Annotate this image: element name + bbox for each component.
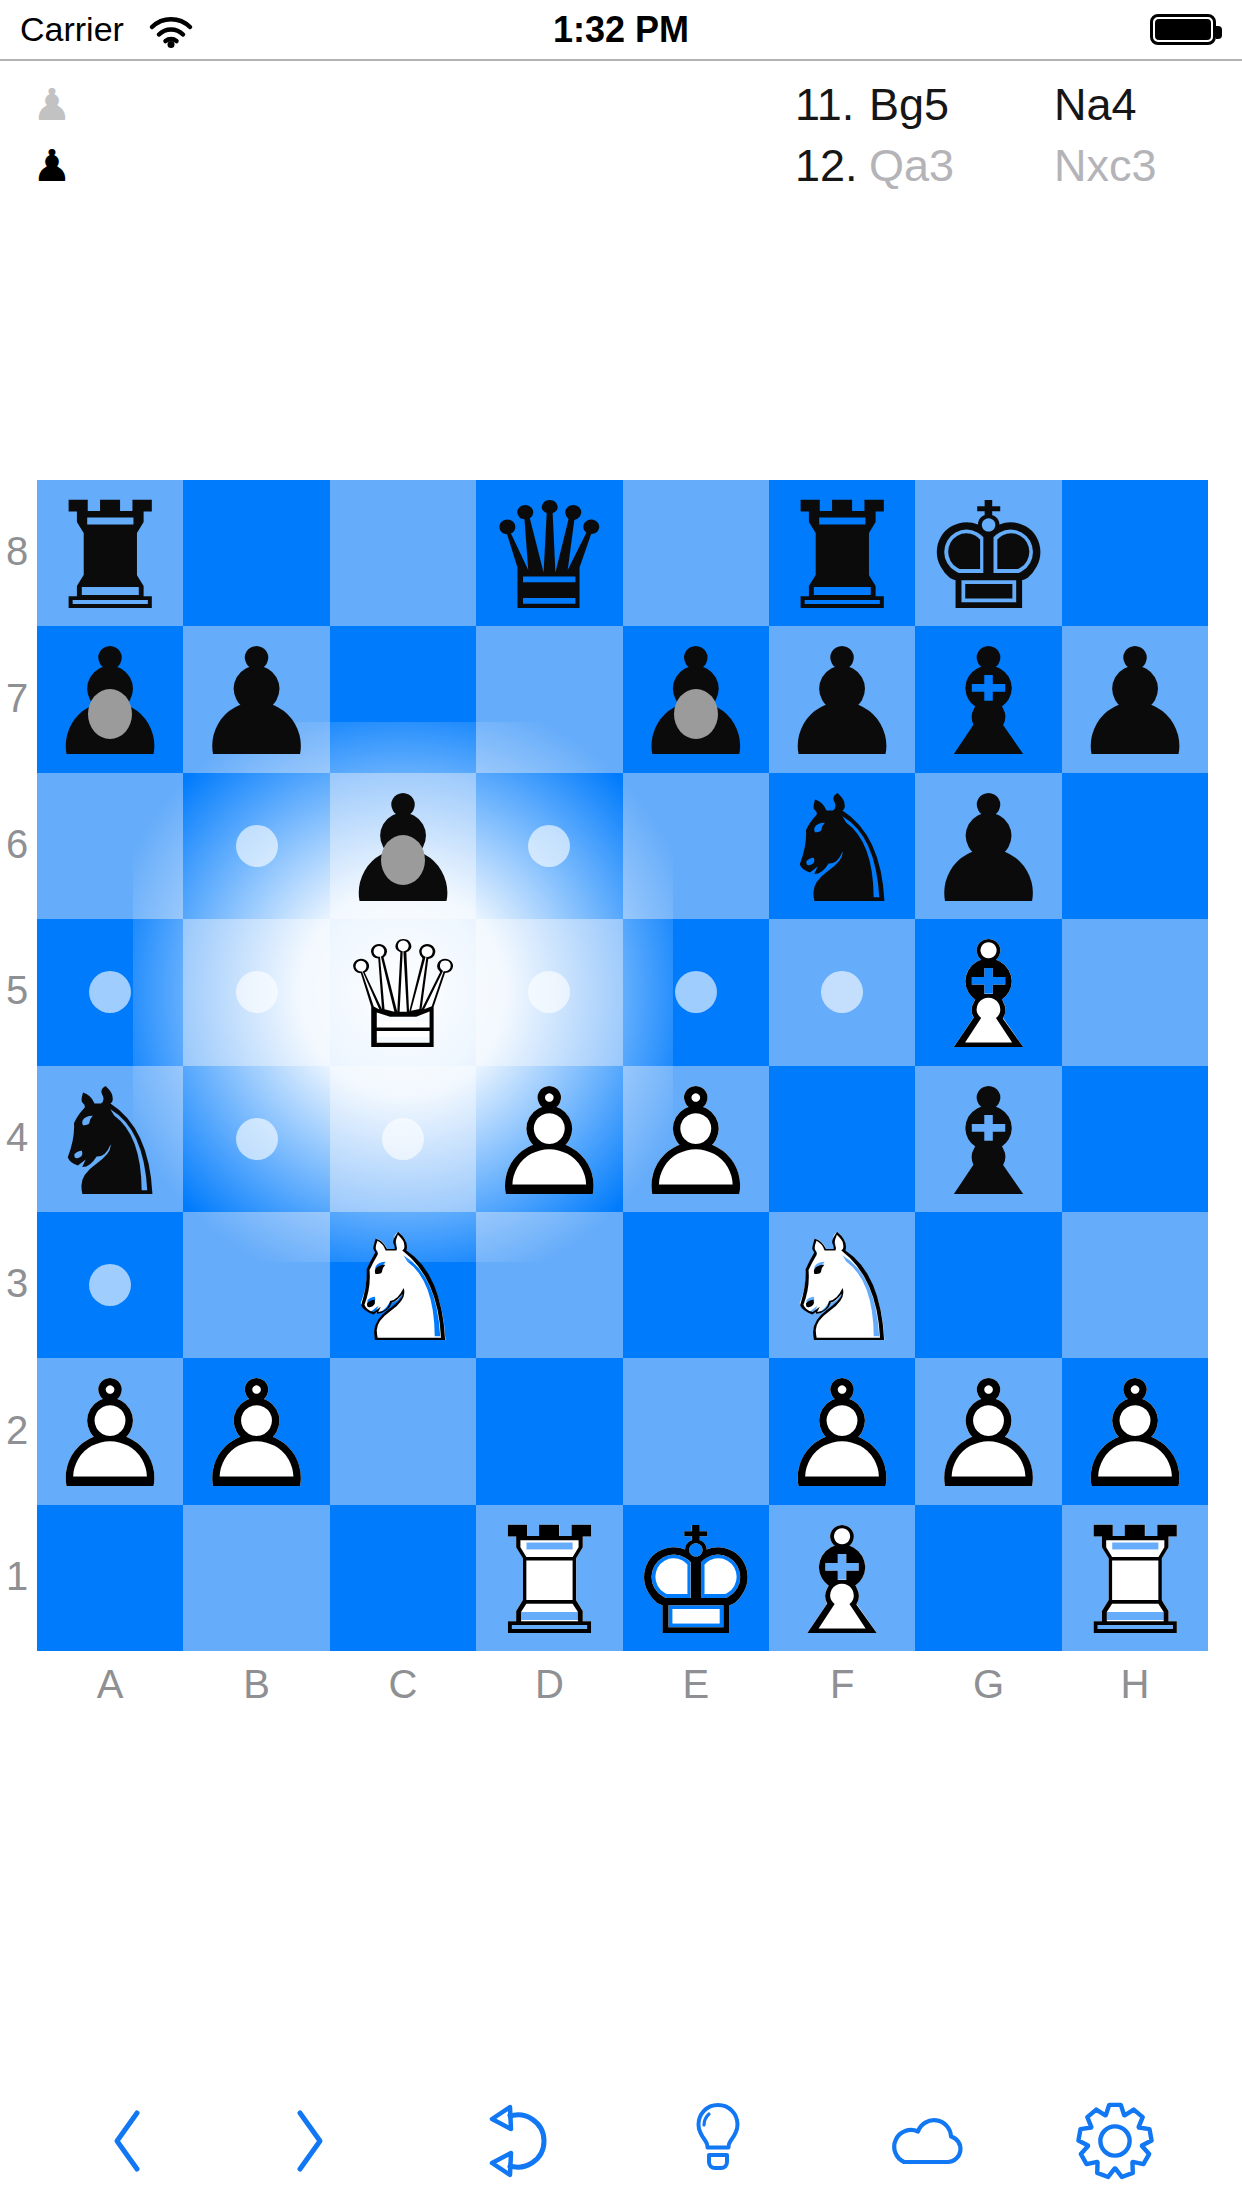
- white-move: Qa3: [869, 139, 954, 193]
- square-b1[interactable]: [183, 1505, 329, 1651]
- black-bishop-g7[interactable]: ♝: [915, 626, 1061, 772]
- square-c7[interactable]: [330, 626, 476, 772]
- move-row-12: ♟12.Qa3Nxc3: [0, 139, 1242, 193]
- white-pawn-a2[interactable]: ♟♙: [37, 1358, 183, 1504]
- square-h3[interactable]: [1062, 1212, 1208, 1358]
- move-number: 12.: [795, 139, 858, 193]
- black-move: Nxc3: [1054, 139, 1157, 193]
- file-label-E: E: [623, 1662, 769, 1707]
- rank-label-4: 4: [0, 1115, 34, 1160]
- file-label-F: F: [769, 1662, 915, 1707]
- square-h4[interactable]: [1062, 1066, 1208, 1212]
- white-move: Bg5: [869, 78, 949, 132]
- file-label-C: C: [330, 1662, 476, 1707]
- black-bishop-g4[interactable]: ♝: [915, 1066, 1061, 1212]
- black-move: Na4: [1054, 78, 1137, 132]
- chess-app-screen: Carrier 1:32 PM ♟11.Bg5Na4♟12.Qa3Nxc3 ♜♛…: [0, 0, 1242, 2208]
- white-rook-d1[interactable]: ♜♖: [476, 1505, 622, 1651]
- white-pawn-g2[interactable]: ♟♙: [915, 1358, 1061, 1504]
- square-d7[interactable]: [476, 626, 622, 772]
- white-pawn-h2[interactable]: ♟♙: [1062, 1358, 1208, 1504]
- hint-button[interactable]: [691, 2101, 745, 2181]
- rank-label-6: 6: [0, 822, 34, 867]
- black-pawn-icon: ♟: [26, 139, 78, 193]
- rank-label-3: 3: [0, 1261, 34, 1306]
- capture-target-a7[interactable]: [88, 689, 132, 739]
- black-king-g8[interactable]: ♚: [915, 480, 1061, 626]
- black-pawn-g6[interactable]: ♟: [915, 773, 1061, 919]
- white-knight-c3[interactable]: ♞♘: [330, 1212, 476, 1358]
- square-h6[interactable]: [1062, 773, 1208, 919]
- flip-board-button[interactable]: [482, 2104, 554, 2178]
- cloud-icon: [890, 2114, 966, 2168]
- square-a6[interactable]: [37, 773, 183, 919]
- square-d2[interactable]: [476, 1358, 622, 1504]
- black-knight-f6[interactable]: ♞: [769, 773, 915, 919]
- cloud-button[interactable]: [890, 2114, 966, 2168]
- battery-nub: [1216, 26, 1222, 39]
- legal-move-dot-e5[interactable]: [675, 971, 717, 1013]
- file-label-G: G: [915, 1662, 1061, 1707]
- rank-label-7: 7: [0, 676, 34, 721]
- file-label-B: B: [183, 1662, 329, 1707]
- square-g3[interactable]: [915, 1212, 1061, 1358]
- square-b8[interactable]: [183, 480, 329, 626]
- square-d3[interactable]: [476, 1212, 622, 1358]
- white-king-e1[interactable]: ♚♔: [623, 1505, 769, 1651]
- square-c1[interactable]: [330, 1505, 476, 1651]
- white-bishop-g5[interactable]: ♝♗: [915, 919, 1061, 1065]
- white-pawn-f2[interactable]: ♟♙: [769, 1358, 915, 1504]
- legal-move-dot-b4[interactable]: [236, 1118, 278, 1160]
- white-pawn-b2[interactable]: ♟♙: [183, 1358, 329, 1504]
- capture-target-c6[interactable]: [381, 835, 425, 885]
- square-f4[interactable]: [769, 1066, 915, 1212]
- battery-fill: [1155, 19, 1211, 40]
- lightbulb-icon: [691, 2101, 745, 2181]
- clock: 1:32 PM: [0, 0, 1242, 59]
- battery-icon: [1150, 14, 1216, 45]
- square-e8[interactable]: [623, 480, 769, 626]
- square-g1[interactable]: [915, 1505, 1061, 1651]
- file-label-A: A: [37, 1662, 183, 1707]
- rank-label-8: 8: [0, 529, 34, 574]
- capture-target-e7[interactable]: [674, 689, 718, 739]
- black-rook-a8[interactable]: ♜: [37, 480, 183, 626]
- square-e2[interactable]: [623, 1358, 769, 1504]
- black-queen-d8[interactable]: ♛: [476, 480, 622, 626]
- rank-label-2: 2: [0, 1408, 34, 1453]
- white-pawn-d4[interactable]: ♟♙: [476, 1066, 622, 1212]
- square-c8[interactable]: [330, 480, 476, 626]
- move-row-11: ♟11.Bg5Na4: [0, 78, 1242, 132]
- square-a1[interactable]: [37, 1505, 183, 1651]
- file-label-D: D: [476, 1662, 622, 1707]
- black-pawn-h7[interactable]: ♟: [1062, 626, 1208, 772]
- white-rook-h1[interactable]: ♜♖: [1062, 1505, 1208, 1651]
- square-h8[interactable]: [1062, 480, 1208, 626]
- file-label-H: H: [1062, 1662, 1208, 1707]
- black-knight-a4[interactable]: ♞: [37, 1066, 183, 1212]
- rotate-icon: [482, 2104, 554, 2178]
- settings-button[interactable]: [1076, 2102, 1154, 2180]
- square-h5[interactable]: [1062, 919, 1208, 1065]
- square-e3[interactable]: [623, 1212, 769, 1358]
- legal-move-dot-c4[interactable]: [382, 1118, 424, 1160]
- previous-move-button[interactable]: [108, 2108, 148, 2174]
- legal-move-dot-b6[interactable]: [236, 825, 278, 867]
- legal-move-dot-b5[interactable]: [236, 971, 278, 1013]
- square-c2[interactable]: [330, 1358, 476, 1504]
- rank-label-1: 1: [0, 1554, 34, 1599]
- square-b3[interactable]: [183, 1212, 329, 1358]
- status-bar: Carrier 1:32 PM: [0, 0, 1242, 61]
- white-pawn-icon: ♟: [26, 78, 78, 132]
- gear-icon: [1076, 2102, 1154, 2180]
- white-knight-f3[interactable]: ♞♘: [769, 1212, 915, 1358]
- white-queen-c5[interactable]: ♛♕: [330, 919, 476, 1065]
- black-rook-f8[interactable]: ♜: [769, 480, 915, 626]
- next-move-button[interactable]: [289, 2108, 329, 2174]
- black-pawn-b7[interactable]: ♟: [183, 626, 329, 772]
- white-bishop-f1[interactable]: ♝♗: [769, 1505, 915, 1651]
- black-pawn-f7[interactable]: ♟: [769, 626, 915, 772]
- square-e6[interactable]: [623, 773, 769, 919]
- rank-label-5: 5: [0, 968, 34, 1013]
- white-pawn-e4[interactable]: ♟♙: [623, 1066, 769, 1212]
- move-number: 11.: [795, 78, 854, 132]
